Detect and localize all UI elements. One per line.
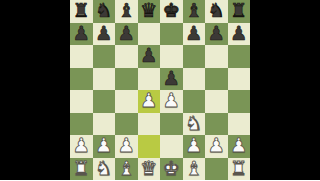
black-pawn-b7[interactable]: ♟ (95, 23, 112, 45)
square-c4[interactable] (115, 90, 138, 113)
black-pawn-g7[interactable]: ♟ (208, 23, 225, 45)
black-pawn-d6[interactable]: ♟ (140, 45, 157, 67)
square-f3[interactable]: ♞ (183, 113, 206, 136)
square-a7[interactable]: ♟ (70, 23, 93, 46)
square-e2[interactable] (160, 135, 183, 158)
square-f2[interactable]: ♟ (183, 135, 206, 158)
square-h6[interactable] (228, 45, 251, 68)
black-pawn-c7[interactable]: ♟ (118, 23, 135, 45)
black-rook-a8[interactable]: ♜ (73, 0, 90, 22)
square-a8[interactable]: ♜ (70, 0, 93, 23)
square-f1[interactable]: ♝ (183, 158, 206, 181)
square-h5[interactable] (228, 68, 251, 91)
white-bishop-c1[interactable]: ♝ (118, 158, 135, 180)
square-c6[interactable] (115, 45, 138, 68)
square-a4[interactable] (70, 90, 93, 113)
square-e3[interactable] (160, 113, 183, 136)
square-b3[interactable] (93, 113, 116, 136)
square-c2[interactable]: ♟ (115, 135, 138, 158)
black-pawn-h7[interactable]: ♟ (230, 23, 247, 45)
square-e8[interactable]: ♚ (160, 0, 183, 23)
square-e4[interactable]: ♟ (160, 90, 183, 113)
black-king-e8[interactable]: ♚ (163, 0, 180, 22)
black-pawn-e5[interactable]: ♟ (163, 68, 180, 90)
white-pawn-a2[interactable]: ♟ (73, 135, 90, 157)
square-f4[interactable] (183, 90, 206, 113)
square-d5[interactable] (138, 68, 161, 91)
square-d4[interactable]: ♟ (138, 90, 161, 113)
square-c1[interactable]: ♝ (115, 158, 138, 181)
black-queen-d8[interactable]: ♛ (140, 0, 157, 22)
white-pawn-b2[interactable]: ♟ (95, 135, 112, 157)
square-c3[interactable] (115, 113, 138, 136)
square-d6[interactable]: ♟ (138, 45, 161, 68)
square-g8[interactable]: ♞ (205, 0, 228, 23)
square-f5[interactable] (183, 68, 206, 91)
square-b5[interactable] (93, 68, 116, 91)
square-d7[interactable] (138, 23, 161, 46)
square-g1[interactable] (205, 158, 228, 181)
app-background: ♜♞♝♛♚♝♞♜♟♟♟♟♟♟♟♟♟♟♞♟♟♟♟♟♟♜♞♝♛♚♝♜ (0, 0, 320, 180)
square-h7[interactable]: ♟ (228, 23, 251, 46)
white-pawn-f2[interactable]: ♟ (185, 135, 202, 157)
square-e6[interactable] (160, 45, 183, 68)
black-bishop-c8[interactable]: ♝ (118, 0, 135, 22)
square-g2[interactable]: ♟ (205, 135, 228, 158)
square-c7[interactable]: ♟ (115, 23, 138, 46)
white-king-e1[interactable]: ♚ (163, 158, 180, 180)
square-h2[interactable]: ♟ (228, 135, 251, 158)
square-b8[interactable]: ♞ (93, 0, 116, 23)
white-bishop-f1[interactable]: ♝ (185, 158, 202, 180)
square-f8[interactable]: ♝ (183, 0, 206, 23)
white-rook-a1[interactable]: ♜ (73, 158, 90, 180)
square-d3[interactable] (138, 113, 161, 136)
square-h8[interactable]: ♜ (228, 0, 251, 23)
square-f7[interactable]: ♟ (183, 23, 206, 46)
square-e7[interactable] (160, 23, 183, 46)
square-e5[interactable]: ♟ (160, 68, 183, 91)
square-b4[interactable] (93, 90, 116, 113)
square-h1[interactable]: ♜ (228, 158, 251, 181)
square-a5[interactable] (70, 68, 93, 91)
square-b6[interactable] (93, 45, 116, 68)
square-d2[interactable] (138, 135, 161, 158)
square-h3[interactable] (228, 113, 251, 136)
square-c8[interactable]: ♝ (115, 0, 138, 23)
square-a3[interactable] (70, 113, 93, 136)
square-g5[interactable] (205, 68, 228, 91)
square-b2[interactable]: ♟ (93, 135, 116, 158)
black-bishop-f8[interactable]: ♝ (185, 0, 202, 22)
square-b1[interactable]: ♞ (93, 158, 116, 181)
white-pawn-e4[interactable]: ♟ (163, 90, 180, 112)
white-queen-d1[interactable]: ♛ (140, 158, 157, 180)
white-pawn-c2[interactable]: ♟ (118, 135, 135, 157)
black-pawn-f7[interactable]: ♟ (185, 23, 202, 45)
square-d1[interactable]: ♛ (138, 158, 161, 181)
white-knight-b1[interactable]: ♞ (95, 158, 112, 180)
square-g7[interactable]: ♟ (205, 23, 228, 46)
white-pawn-h2[interactable]: ♟ (230, 135, 247, 157)
square-d8[interactable]: ♛ (138, 0, 161, 23)
square-a6[interactable] (70, 45, 93, 68)
square-a1[interactable]: ♜ (70, 158, 93, 181)
white-pawn-g2[interactable]: ♟ (208, 135, 225, 157)
square-g4[interactable] (205, 90, 228, 113)
square-e1[interactable]: ♚ (160, 158, 183, 181)
square-a2[interactable]: ♟ (70, 135, 93, 158)
black-knight-b8[interactable]: ♞ (95, 0, 112, 22)
black-knight-g8[interactable]: ♞ (208, 0, 225, 22)
square-g6[interactable] (205, 45, 228, 68)
black-pawn-a7[interactable]: ♟ (73, 23, 90, 45)
square-b7[interactable]: ♟ (93, 23, 116, 46)
white-rook-h1[interactable]: ♜ (230, 158, 247, 180)
black-rook-h8[interactable]: ♜ (230, 0, 247, 22)
white-knight-f3[interactable]: ♞ (185, 113, 202, 135)
square-h4[interactable] (228, 90, 251, 113)
square-g3[interactable] (205, 113, 228, 136)
chess-board[interactable]: ♜♞♝♛♚♝♞♜♟♟♟♟♟♟♟♟♟♟♞♟♟♟♟♟♟♜♞♝♛♚♝♜ (70, 0, 250, 180)
white-pawn-d4[interactable]: ♟ (140, 90, 157, 112)
square-f6[interactable] (183, 45, 206, 68)
square-c5[interactable] (115, 68, 138, 91)
